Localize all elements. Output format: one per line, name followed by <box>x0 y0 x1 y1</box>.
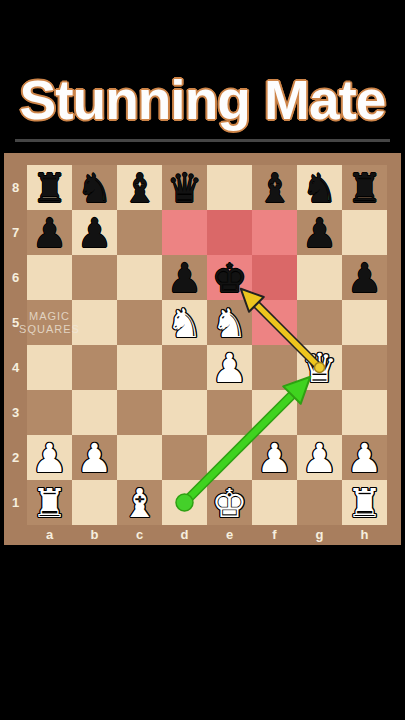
square-g1[interactable] <box>297 480 342 525</box>
piece-white-rook: ♜ <box>27 480 72 525</box>
square-b6[interactable] <box>72 255 117 300</box>
square-d3[interactable] <box>162 390 207 435</box>
file-label-g: g <box>297 525 342 545</box>
square-f6[interactable] <box>252 255 297 300</box>
piece-black-rook: ♜ <box>27 165 72 210</box>
square-d7[interactable] <box>162 210 207 255</box>
video-frame: Stunning Mate ♜♞♝♛♝♞♜♟♟♟♟♚♟♞♞♟♛♟♟♟♟♟♜♝♚♜… <box>0 0 405 720</box>
square-f7[interactable] <box>252 210 297 255</box>
file-label-b: b <box>72 525 117 545</box>
square-d5[interactable]: ♞ <box>162 300 207 345</box>
board-grid: ♜♞♝♛♝♞♜♟♟♟♟♚♟♞♞♟♛♟♟♟♟♟♜♝♚♜ <box>27 165 387 525</box>
square-e7[interactable] <box>207 210 252 255</box>
piece-white-knight: ♞ <box>207 300 252 345</box>
square-h3[interactable] <box>342 390 387 435</box>
piece-black-bishop: ♝ <box>252 165 297 210</box>
file-label-c: c <box>117 525 162 545</box>
divider-line <box>15 139 390 142</box>
square-c7[interactable] <box>117 210 162 255</box>
piece-white-pawn: ♟ <box>252 435 297 480</box>
square-c6[interactable] <box>117 255 162 300</box>
piece-black-pawn: ♟ <box>72 210 117 255</box>
square-a3[interactable] <box>27 390 72 435</box>
square-f1[interactable] <box>252 480 297 525</box>
square-b3[interactable] <box>72 390 117 435</box>
square-d4[interactable] <box>162 345 207 390</box>
square-b4[interactable] <box>72 345 117 390</box>
square-g2[interactable]: ♟ <box>297 435 342 480</box>
piece-black-knight: ♞ <box>72 165 117 210</box>
piece-black-queen: ♛ <box>162 165 207 210</box>
square-c3[interactable] <box>117 390 162 435</box>
square-h5[interactable] <box>342 300 387 345</box>
square-h4[interactable] <box>342 345 387 390</box>
rank-label-1: 1 <box>4 480 27 525</box>
square-h2[interactable]: ♟ <box>342 435 387 480</box>
chess-board: ♜♞♝♛♝♞♜♟♟♟♟♚♟♞♞♟♛♟♟♟♟♟♜♝♚♜ 87654321 abcd… <box>4 153 401 545</box>
rank-label-7: 7 <box>4 210 27 255</box>
square-h1[interactable]: ♜ <box>342 480 387 525</box>
square-c2[interactable] <box>117 435 162 480</box>
square-e5[interactable]: ♞ <box>207 300 252 345</box>
piece-white-king: ♚ <box>207 480 252 525</box>
square-a4[interactable] <box>27 345 72 390</box>
square-f4[interactable] <box>252 345 297 390</box>
square-e6[interactable]: ♚ <box>207 255 252 300</box>
square-a1[interactable]: ♜ <box>27 480 72 525</box>
piece-black-pawn: ♟ <box>162 255 207 300</box>
watermark-line1: MAGIC <box>29 310 70 323</box>
square-g5[interactable] <box>297 300 342 345</box>
square-a2[interactable]: ♟ <box>27 435 72 480</box>
piece-white-pawn: ♟ <box>207 345 252 390</box>
square-c8[interactable]: ♝ <box>117 165 162 210</box>
piece-black-bishop: ♝ <box>117 165 162 210</box>
square-e3[interactable] <box>207 390 252 435</box>
piece-black-pawn: ♟ <box>27 210 72 255</box>
square-g6[interactable] <box>297 255 342 300</box>
square-g3[interactable] <box>297 390 342 435</box>
square-b1[interactable] <box>72 480 117 525</box>
piece-black-rook: ♜ <box>342 165 387 210</box>
file-label-f: f <box>252 525 297 545</box>
square-h7[interactable] <box>342 210 387 255</box>
square-f5[interactable] <box>252 300 297 345</box>
rank-label-3: 3 <box>4 390 27 435</box>
piece-white-pawn: ♟ <box>342 435 387 480</box>
square-b8[interactable]: ♞ <box>72 165 117 210</box>
square-b7[interactable]: ♟ <box>72 210 117 255</box>
square-g8[interactable]: ♞ <box>297 165 342 210</box>
watermark-line2: SQUARES <box>19 323 80 336</box>
piece-black-pawn: ♟ <box>342 255 387 300</box>
piece-white-rook: ♜ <box>342 480 387 525</box>
square-f3[interactable] <box>252 390 297 435</box>
file-label-h: h <box>342 525 387 545</box>
square-f8[interactable]: ♝ <box>252 165 297 210</box>
piece-white-pawn: ♟ <box>297 435 342 480</box>
square-e8[interactable] <box>207 165 252 210</box>
square-a8[interactable]: ♜ <box>27 165 72 210</box>
square-e2[interactable] <box>207 435 252 480</box>
square-f2[interactable]: ♟ <box>252 435 297 480</box>
square-d8[interactable]: ♛ <box>162 165 207 210</box>
piece-white-knight: ♞ <box>162 300 207 345</box>
square-e1[interactable]: ♚ <box>207 480 252 525</box>
square-a7[interactable]: ♟ <box>27 210 72 255</box>
square-g7[interactable]: ♟ <box>297 210 342 255</box>
square-d1[interactable] <box>162 480 207 525</box>
square-g4[interactable]: ♛ <box>297 345 342 390</box>
square-e4[interactable]: ♟ <box>207 345 252 390</box>
square-c5[interactable] <box>117 300 162 345</box>
square-h6[interactable]: ♟ <box>342 255 387 300</box>
piece-white-pawn: ♟ <box>27 435 72 480</box>
piece-white-bishop: ♝ <box>117 480 162 525</box>
rank-label-2: 2 <box>4 435 27 480</box>
piece-black-king: ♚ <box>207 255 252 300</box>
rank-label-6: 6 <box>4 255 27 300</box>
square-c1[interactable]: ♝ <box>117 480 162 525</box>
square-d6[interactable]: ♟ <box>162 255 207 300</box>
rank-label-4: 4 <box>4 345 27 390</box>
piece-black-knight: ♞ <box>297 165 342 210</box>
square-c4[interactable] <box>117 345 162 390</box>
square-a6[interactable] <box>27 255 72 300</box>
file-label-d: d <box>162 525 207 545</box>
square-d2[interactable] <box>162 435 207 480</box>
file-label-e: e <box>207 525 252 545</box>
piece-white-pawn: ♟ <box>72 435 117 480</box>
video-title: Stunning Mate <box>0 68 405 132</box>
square-h8[interactable]: ♜ <box>342 165 387 210</box>
rank-label-8: 8 <box>4 165 27 210</box>
piece-black-pawn: ♟ <box>297 210 342 255</box>
piece-white-queen: ♛ <box>297 345 342 390</box>
square-b2[interactable]: ♟ <box>72 435 117 480</box>
file-label-a: a <box>27 525 72 545</box>
watermark: MAGIC SQUARES <box>27 300 72 345</box>
